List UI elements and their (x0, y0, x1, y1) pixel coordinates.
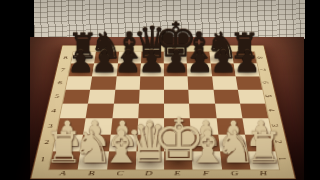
piece-white-rook[interactable]: ♜ (245, 126, 284, 169)
file-label: F (185, 46, 208, 52)
board-squares: ♜♞♝♛♚♝♞♜♟♟♟♟♟♟♟♟♟♟♟♟♟♟♟♟♜♞♝♛♚♝♞♜ (48, 51, 280, 170)
square-e5[interactable] (164, 90, 189, 104)
file-labels-top: ABCDEFGH (74, 46, 253, 52)
board-scene: ♜♞♝♛♚♝♞♜♟♟♟♟♟♟♟♟♟♟♟♟♟♟♟♟♜♞♝♛♚♝♞♜ ABCDEFG… (0, 0, 320, 180)
square-f5[interactable] (189, 90, 215, 104)
square-b5[interactable] (88, 90, 115, 104)
file-label: E (163, 46, 185, 52)
square-g7[interactable]: ♟ (210, 64, 235, 77)
square-a5[interactable] (63, 90, 90, 104)
square-c7[interactable]: ♟ (116, 64, 140, 77)
file-label: D (141, 46, 163, 52)
square-d5[interactable] (139, 90, 164, 104)
square-e6[interactable] (164, 76, 189, 89)
file-label: H (229, 46, 252, 52)
rank-label: 8 (248, 55, 272, 61)
square-c6[interactable] (115, 76, 140, 89)
file-label: C (118, 46, 141, 52)
photo-frame: ♜♞♝♛♚♝♞♜♟♟♟♟♟♟♟♟♟♟♟♟♟♟♟♟♜♞♝♛♚♝♞♜ ABCDEFG… (0, 0, 320, 180)
square-d7[interactable]: ♟ (140, 64, 164, 77)
chess-board: ♜♞♝♛♚♝♞♜♟♟♟♟♟♟♟♟♟♟♟♟♟♟♟♟♜♞♝♛♚♝♞♜ ABCDEFG… (30, 45, 296, 179)
square-a6[interactable] (66, 76, 93, 89)
square-b6[interactable] (90, 76, 116, 89)
square-c5[interactable] (113, 90, 139, 104)
square-h1[interactable]: ♜ (247, 151, 279, 169)
file-label: G (207, 46, 230, 52)
square-f7[interactable]: ♟ (187, 64, 212, 77)
square-d6[interactable] (139, 76, 164, 89)
square-f6[interactable] (188, 76, 213, 89)
file-label: B (96, 46, 119, 52)
square-e7[interactable]: ♟ (164, 64, 188, 77)
square-g6[interactable] (212, 76, 238, 89)
rank-label: 5 (256, 92, 282, 99)
rank-label: 7 (251, 66, 276, 72)
file-label: A (74, 46, 97, 52)
rank-label: 6 (253, 79, 278, 86)
square-g5[interactable] (213, 90, 240, 104)
